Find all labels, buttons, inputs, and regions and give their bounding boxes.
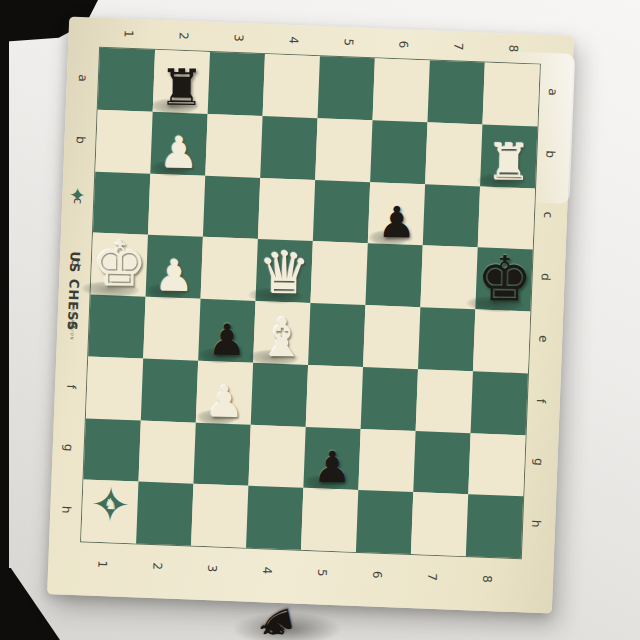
square-c3 [203, 175, 260, 239]
square-b4 [260, 116, 317, 180]
piece-white-king-d1: ♚ [91, 233, 147, 296]
emblem-knight-icon: ♞ [104, 495, 118, 514]
piece-white-rook-b8: ♜ [486, 137, 531, 188]
square-h3 [191, 484, 248, 548]
file-label-right-f: f [535, 398, 547, 403]
square-b3 [205, 114, 262, 178]
square-f8 [471, 371, 528, 435]
piece-white-pawn-d2: ♟ [154, 254, 193, 297]
piece-white-queen-d4: ♛ [258, 244, 311, 303]
file-label-left-h: h [60, 506, 72, 514]
file-label-right-c: c [542, 212, 554, 219]
rank-label-top-1: 1 [122, 30, 134, 38]
rank-label-top-2: 2 [177, 32, 189, 40]
rank-label-bottom-6: 6 [370, 571, 382, 579]
square-d5 [310, 241, 367, 305]
square-c5 [313, 180, 370, 244]
board-mat: 1234567812345678abcdefghabcdefgh ✦ US CH… [47, 17, 574, 614]
piece-black-king-d8: ♚ [476, 248, 532, 311]
rank-label-bottom-1: 1 [96, 560, 108, 568]
square-f1 [86, 356, 143, 420]
file-label-right-a: a [547, 88, 559, 96]
square-a8 [482, 63, 539, 127]
rank-label-top-8: 8 [507, 45, 519, 53]
file-label-right-b: b [544, 150, 556, 158]
file-label-right-h: h [530, 520, 542, 528]
square-c8 [478, 186, 535, 250]
square-g6 [358, 429, 415, 493]
rank-label-top-6: 6 [397, 40, 409, 48]
photo-dark-edge-left [0, 0, 9, 640]
photo-canvas: 1234567812345678abcdefghabcdefgh ✦ US CH… [0, 0, 640, 640]
square-a1 [98, 48, 155, 112]
rank-label-bottom-7: 7 [425, 573, 437, 581]
square-e5 [308, 303, 365, 367]
square-f6 [361, 367, 418, 431]
rank-label-top-3: 3 [232, 34, 244, 42]
square-a4 [263, 54, 320, 118]
rank-label-bottom-3: 3 [206, 564, 218, 572]
square-h7 [411, 492, 468, 556]
us-chess-logo: ✦ US CHESS FEDERATION [61, 184, 93, 225]
square-e7 [418, 307, 475, 371]
square-a3 [208, 52, 265, 116]
file-label-right-e: e [537, 335, 549, 343]
square-h2 [136, 482, 193, 546]
square-a6 [373, 58, 430, 122]
square-f5 [306, 365, 363, 429]
square-e6 [363, 305, 420, 369]
file-label-right-d: d [539, 273, 551, 281]
square-g4 [248, 424, 305, 488]
piece-white-pawn-f3: ♟ [205, 380, 244, 423]
logo-star-icon: ✦ [62, 184, 93, 205]
square-c7 [423, 184, 480, 248]
corner-emblem: ✦ ♞ [84, 475, 138, 533]
square-g3 [193, 422, 250, 486]
square-b5 [315, 118, 372, 182]
square-f2 [141, 358, 198, 422]
square-g2 [138, 420, 195, 484]
rank-label-bottom-8: 8 [480, 575, 492, 583]
square-f4 [251, 363, 308, 427]
square-e8 [473, 309, 530, 373]
square-c4 [258, 177, 315, 241]
square-c2 [148, 173, 205, 237]
rank-label-top-5: 5 [342, 38, 354, 46]
piece-black-pawn-e3: ♟ [207, 318, 246, 361]
square-g7 [413, 431, 470, 495]
rank-label-top-7: 7 [452, 42, 464, 50]
file-label-left-g: g [63, 444, 75, 452]
rank-label-bottom-2: 2 [151, 562, 163, 570]
square-c1 [93, 171, 150, 235]
piece-white-pawn-b2: ♟ [159, 131, 198, 174]
file-label-left-f: f [65, 384, 77, 389]
rank-label-top-4: 4 [287, 36, 299, 44]
square-b6 [370, 120, 427, 184]
rank-label-bottom-5: 5 [315, 569, 327, 577]
square-a7 [427, 60, 484, 124]
square-b1 [95, 109, 152, 173]
edge-labels: 1234567812345678abcdefghabcdefgh [69, 17, 574, 36]
square-e1 [88, 295, 145, 359]
file-label-right-g: g [532, 458, 544, 466]
file-label-left-a: a [77, 74, 89, 82]
square-g1 [84, 418, 141, 482]
logo-text: US CHESS [67, 251, 83, 282]
square-e2 [143, 297, 200, 361]
square-h8 [466, 494, 523, 558]
square-h5 [301, 488, 358, 552]
square-d6 [365, 243, 422, 307]
file-label-left-b: b [74, 136, 86, 144]
square-h6 [356, 490, 413, 554]
piece-black-pawn-g5: ♟ [312, 446, 351, 489]
square-g8 [468, 433, 525, 497]
pieces-layer: ♜♟♜♟♚♟♛♚♟♝♟♟ [69, 17, 574, 36]
piece-black-rook-a2: ♜ [158, 62, 203, 113]
piece-white-bishop-e4: ♝ [258, 310, 306, 364]
square-h4 [246, 486, 303, 550]
square-f7 [416, 369, 473, 433]
captured-black-knight-offboard: ♞ [248, 600, 304, 640]
piece-black-pawn-c6: ♟ [377, 201, 416, 244]
square-a5 [318, 56, 375, 120]
square-b7 [425, 122, 482, 186]
rank-label-bottom-4: 4 [261, 566, 273, 574]
